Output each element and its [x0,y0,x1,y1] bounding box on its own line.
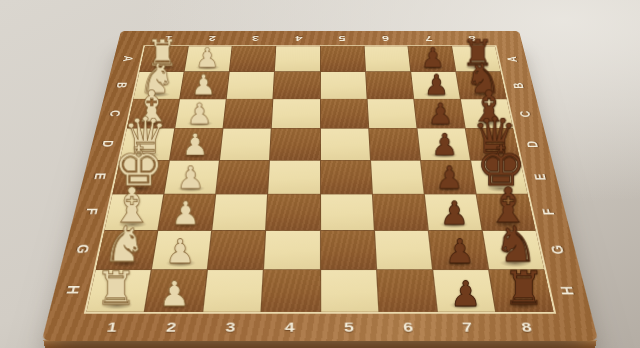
square-b7[interactable]: ♟ [411,72,460,99]
square-f3[interactable] [213,194,268,230]
black-pawn[interactable]: ♟ [428,100,454,127]
square-g6[interactable] [375,231,432,270]
square-g3[interactable] [208,231,265,270]
white-pawn[interactable]: ♟ [171,199,200,229]
square-f2[interactable]: ♟ [159,194,216,230]
square-h8[interactable]: ♜ [489,270,553,312]
scene: ♜♟♟♜♞♟♟♞♝♟♟♝♛♟♟♛♚♟♟♚♝♟♟♝♞♟♟♞♜♟♟♜ 11AA22B… [0,0,640,348]
square-d5[interactable] [320,129,369,160]
rank-label-bottom: 6 [379,315,440,341]
black-pawn[interactable]: ♟ [436,164,464,193]
rank-label-bottom: 8 [496,315,560,341]
square-d6[interactable] [369,129,420,160]
square-c5[interactable] [320,99,367,128]
square-h6[interactable] [377,270,437,312]
square-f4[interactable] [267,194,320,230]
black-pawn[interactable]: ♟ [421,45,445,70]
square-b5[interactable] [320,72,366,99]
rank-label-bottom: 7 [437,315,500,341]
square-c3[interactable] [224,99,273,128]
black-rook[interactable]: ♜ [504,267,546,310]
square-f5[interactable] [321,194,374,230]
square-a3[interactable] [230,46,276,71]
white-rook[interactable]: ♜ [95,267,137,310]
rank-label-top: 6 [363,32,407,46]
square-b2[interactable]: ♟ [180,72,229,99]
rank-label-top: 5 [320,32,364,46]
board-front-edge [43,340,597,348]
square-h4[interactable] [262,270,319,312]
square-c7[interactable]: ♟ [414,99,465,128]
square-b4[interactable] [274,72,320,99]
square-h1[interactable]: ♜ [87,270,151,312]
square-g2[interactable]: ♟ [152,231,211,270]
white-pawn[interactable]: ♟ [176,164,204,193]
square-e3[interactable] [217,160,270,193]
square-h3[interactable] [204,270,264,312]
black-pawn[interactable]: ♟ [450,278,481,310]
square-d4[interactable] [270,129,319,160]
rank-label-top: 3 [233,32,277,46]
rank-label-top: 4 [276,32,320,46]
square-d7[interactable]: ♟ [417,129,470,160]
white-pawn[interactable]: ♟ [195,45,219,70]
white-pawn[interactable]: ♟ [165,237,195,268]
black-pawn[interactable]: ♟ [432,131,459,159]
square-f7[interactable]: ♟ [425,194,482,230]
rank-label-bottom: 3 [200,315,261,341]
square-h5[interactable] [321,270,378,312]
photo-background: ♜♟♟♜♞♟♟♞♝♟♟♝♛♟♟♛♚♟♟♚♝♟♟♝♞♟♟♞♜♟♟♜ 11AA22B… [0,0,640,348]
square-c6[interactable] [367,99,416,128]
rank-label-bottom: 5 [320,315,380,341]
square-d3[interactable] [220,129,271,160]
square-b6[interactable] [366,72,413,99]
square-b3[interactable] [227,72,274,99]
square-e5[interactable] [321,160,372,193]
board-frame: ♜♟♟♜♞♟♟♞♝♟♟♝♛♟♟♛♚♟♟♚♝♟♟♝♞♟♟♞♜♟♟♜ [84,45,556,313]
square-a4[interactable] [275,46,319,71]
square-g7[interactable]: ♟ [429,231,488,270]
square-e4[interactable] [269,160,320,193]
rank-label-bottom: 1 [80,315,144,341]
board-grid[interactable]: ♜♟♟♜♞♟♟♞♝♟♟♝♛♟♟♛♚♟♟♚♝♟♟♝♞♟♟♞♜♟♟♜ [87,46,554,312]
white-pawn[interactable]: ♟ [186,100,212,127]
square-c2[interactable]: ♟ [175,99,226,128]
rank-label-bottom: 2 [140,315,203,341]
square-a5[interactable] [320,46,364,71]
square-h2[interactable]: ♟ [145,270,207,312]
chess-board[interactable]: ♜♟♟♜♞♟♟♞♝♟♟♝♛♟♟♛♚♟♟♚♝♟♟♝♞♟♟♞♜♟♟♜ 11AA22B… [42,31,598,341]
black-pawn[interactable]: ♟ [445,237,475,268]
square-h7[interactable]: ♟ [433,270,495,312]
rank-label-bottom: 4 [260,315,320,341]
black-pawn[interactable]: ♟ [440,199,469,229]
white-pawn[interactable]: ♟ [158,278,189,310]
square-a6[interactable] [364,46,410,71]
black-pawn[interactable]: ♟ [424,72,449,98]
square-e6[interactable] [371,160,424,193]
square-c4[interactable] [272,99,319,128]
square-e7[interactable]: ♟ [421,160,476,193]
white-pawn[interactable]: ♟ [191,72,216,98]
square-e2[interactable]: ♟ [165,160,220,193]
square-f6[interactable] [373,194,428,230]
white-pawn[interactable]: ♟ [181,131,208,159]
square-g5[interactable] [321,231,376,270]
square-g4[interactable] [264,231,319,270]
square-d2[interactable]: ♟ [170,129,223,160]
